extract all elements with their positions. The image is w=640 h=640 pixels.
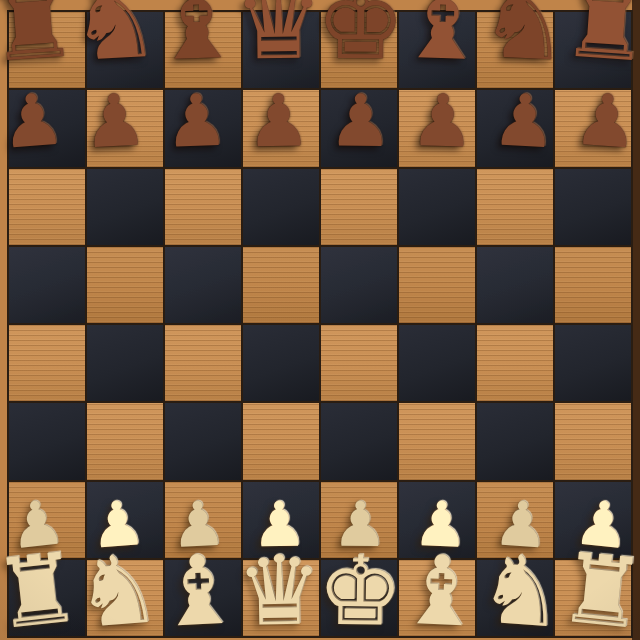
white-king-e1[interactable]: ♚ xyxy=(316,543,403,640)
square-d5[interactable] xyxy=(243,247,319,323)
square-b7[interactable]: ♟ xyxy=(87,90,163,166)
square-b4[interactable] xyxy=(87,325,163,401)
square-e3[interactable] xyxy=(321,403,397,479)
square-d7[interactable]: ♟ xyxy=(243,90,319,166)
white-bishop-f1[interactable]: ♝ xyxy=(396,541,486,640)
square-f5[interactable] xyxy=(399,247,475,323)
square-e5[interactable] xyxy=(321,247,397,323)
square-c4[interactable] xyxy=(165,325,241,401)
black-pawn-d7[interactable]: ♟ xyxy=(246,85,311,158)
square-a5[interactable] xyxy=(9,247,85,323)
square-b6[interactable] xyxy=(87,169,163,245)
square-g4[interactable] xyxy=(477,325,553,401)
square-e1[interactable]: ♚ xyxy=(321,560,397,636)
square-f8[interactable]: ♝ xyxy=(399,12,475,88)
square-f3[interactable] xyxy=(399,403,475,479)
square-g5[interactable] xyxy=(477,247,553,323)
square-g6[interactable] xyxy=(477,169,553,245)
square-b3[interactable] xyxy=(87,403,163,479)
square-c3[interactable] xyxy=(165,403,241,479)
square-e8[interactable]: ♚ xyxy=(321,12,397,88)
square-g8[interactable]: ♞ xyxy=(477,12,553,88)
square-d8[interactable]: ♛ xyxy=(243,12,319,88)
square-g3[interactable] xyxy=(477,403,553,479)
white-rook-h1[interactable]: ♜ xyxy=(555,539,640,640)
square-c8[interactable]: ♝ xyxy=(165,12,241,88)
black-bishop-f8[interactable]: ♝ xyxy=(396,0,488,75)
square-b1[interactable]: ♞ xyxy=(87,560,163,636)
square-f4[interactable] xyxy=(399,325,475,401)
square-e6[interactable] xyxy=(321,169,397,245)
square-h5[interactable] xyxy=(555,247,631,323)
black-rook-h8[interactable]: ♜ xyxy=(558,0,640,77)
square-c1[interactable]: ♝ xyxy=(165,560,241,636)
square-a3[interactable] xyxy=(9,403,85,479)
square-f6[interactable] xyxy=(399,169,475,245)
square-a4[interactable] xyxy=(9,325,85,401)
square-d4[interactable] xyxy=(243,325,319,401)
square-e4[interactable] xyxy=(321,325,397,401)
square-h7[interactable]: ♟ xyxy=(555,90,631,166)
square-h6[interactable] xyxy=(555,169,631,245)
square-b5[interactable] xyxy=(87,247,163,323)
chess-board: ♜♞♝♛♚♝♞♜♟♟♟♟♟♟♟♟♟♟♟♟♟♟♟♟♜♞♝♛♚♝♞♜ xyxy=(7,10,633,638)
white-bishop-c1[interactable]: ♝ xyxy=(153,541,244,640)
black-pawn-f7[interactable]: ♟ xyxy=(409,84,476,158)
black-king-e8[interactable]: ♚ xyxy=(315,0,405,74)
square-c6[interactable] xyxy=(165,169,241,245)
square-c7[interactable]: ♟ xyxy=(165,90,241,166)
square-d6[interactable] xyxy=(243,169,319,245)
white-knight-g1[interactable]: ♞ xyxy=(475,540,568,640)
square-h4[interactable] xyxy=(555,325,631,401)
square-d3[interactable] xyxy=(243,403,319,479)
white-knight-b1[interactable]: ♞ xyxy=(71,540,164,640)
black-pawn-e7[interactable]: ♟ xyxy=(328,85,393,157)
square-c5[interactable] xyxy=(165,247,241,323)
black-queen-d8[interactable]: ♛ xyxy=(233,0,324,75)
black-pawn-g7[interactable]: ♟ xyxy=(490,84,558,159)
square-e7[interactable]: ♟ xyxy=(321,90,397,166)
square-f7[interactable]: ♟ xyxy=(399,90,475,166)
square-f1[interactable]: ♝ xyxy=(399,560,475,636)
square-a7[interactable]: ♟ xyxy=(9,90,85,166)
square-g7[interactable]: ♟ xyxy=(477,90,553,166)
square-d1[interactable]: ♛ xyxy=(243,560,319,636)
black-bishop-c8[interactable]: ♝ xyxy=(150,0,243,76)
black-pawn-h7[interactable]: ♟ xyxy=(571,83,640,159)
square-a6[interactable] xyxy=(9,169,85,245)
black-pawn-b7[interactable]: ♟ xyxy=(81,83,149,158)
square-g1[interactable]: ♞ xyxy=(477,560,553,636)
black-pawn-a7[interactable]: ♟ xyxy=(0,83,68,160)
white-queen-d1[interactable]: ♛ xyxy=(235,542,323,640)
square-h1[interactable]: ♜ xyxy=(555,560,631,636)
black-knight-b8[interactable]: ♞ xyxy=(67,0,162,76)
black-pawn-c7[interactable]: ♟ xyxy=(163,84,230,158)
square-h3[interactable] xyxy=(555,403,631,479)
chessboard-photo: ♜♞♝♛♚♝♞♜♟♟♟♟♟♟♟♟♟♟♟♟♟♟♟♟♜♞♝♛♚♝♞♜ xyxy=(0,0,640,640)
